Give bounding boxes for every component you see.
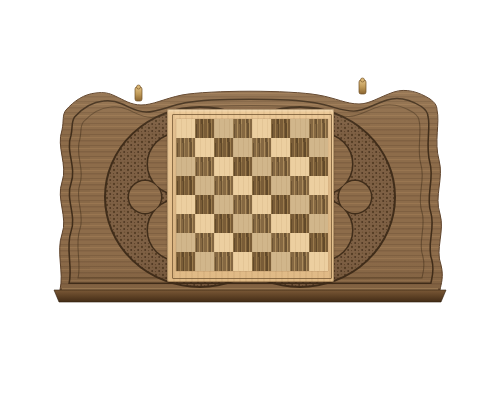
square-f7 bbox=[271, 138, 290, 157]
square-c6 bbox=[214, 157, 233, 176]
square-a1 bbox=[176, 252, 195, 271]
square-b7 bbox=[195, 138, 214, 157]
square-e4 bbox=[252, 195, 271, 214]
chessboard bbox=[176, 119, 328, 271]
square-e2 bbox=[252, 233, 271, 252]
square-f6 bbox=[271, 157, 290, 176]
square-a7 bbox=[176, 138, 195, 157]
square-f8 bbox=[271, 119, 290, 138]
square-g2 bbox=[290, 233, 309, 252]
square-h7 bbox=[309, 138, 328, 157]
square-e6 bbox=[252, 157, 271, 176]
square-d6 bbox=[233, 157, 252, 176]
product-photo bbox=[0, 0, 500, 400]
square-d3 bbox=[233, 214, 252, 233]
square-c1 bbox=[214, 252, 233, 271]
square-h1 bbox=[309, 252, 328, 271]
square-b1 bbox=[195, 252, 214, 271]
square-f4 bbox=[271, 195, 290, 214]
square-f3 bbox=[271, 214, 290, 233]
case-base-bevel bbox=[54, 289, 446, 302]
square-e5 bbox=[252, 176, 271, 195]
square-d5 bbox=[233, 176, 252, 195]
square-b3 bbox=[195, 214, 214, 233]
square-g8 bbox=[290, 119, 309, 138]
square-b4 bbox=[195, 195, 214, 214]
square-g7 bbox=[290, 138, 309, 157]
square-e3 bbox=[252, 214, 271, 233]
hinge-right bbox=[359, 78, 366, 94]
square-c3 bbox=[214, 214, 233, 233]
square-f2 bbox=[271, 233, 290, 252]
square-f5 bbox=[271, 176, 290, 195]
square-a6 bbox=[176, 157, 195, 176]
square-c8 bbox=[214, 119, 233, 138]
square-e1 bbox=[252, 252, 271, 271]
square-h6 bbox=[309, 157, 328, 176]
square-d1 bbox=[233, 252, 252, 271]
square-d4 bbox=[233, 195, 252, 214]
square-a3 bbox=[176, 214, 195, 233]
square-g5 bbox=[290, 176, 309, 195]
square-a5 bbox=[176, 176, 195, 195]
square-b8 bbox=[195, 119, 214, 138]
square-b6 bbox=[195, 157, 214, 176]
square-g1 bbox=[290, 252, 309, 271]
square-e7 bbox=[252, 138, 271, 157]
square-d7 bbox=[233, 138, 252, 157]
square-g3 bbox=[290, 214, 309, 233]
square-d2 bbox=[233, 233, 252, 252]
square-a8 bbox=[176, 119, 195, 138]
square-f1 bbox=[271, 252, 290, 271]
square-h4 bbox=[309, 195, 328, 214]
square-a2 bbox=[176, 233, 195, 252]
square-e8 bbox=[252, 119, 271, 138]
chessboard-panel bbox=[167, 109, 334, 282]
square-c7 bbox=[214, 138, 233, 157]
square-h3 bbox=[309, 214, 328, 233]
square-c5 bbox=[214, 176, 233, 195]
hinge-left bbox=[135, 85, 142, 101]
square-c2 bbox=[214, 233, 233, 252]
square-d8 bbox=[233, 119, 252, 138]
square-b5 bbox=[195, 176, 214, 195]
square-g4 bbox=[290, 195, 309, 214]
square-a4 bbox=[176, 195, 195, 214]
square-c4 bbox=[214, 195, 233, 214]
square-b2 bbox=[195, 233, 214, 252]
square-h8 bbox=[309, 119, 328, 138]
square-h2 bbox=[309, 233, 328, 252]
square-g6 bbox=[290, 157, 309, 176]
square-h5 bbox=[309, 176, 328, 195]
